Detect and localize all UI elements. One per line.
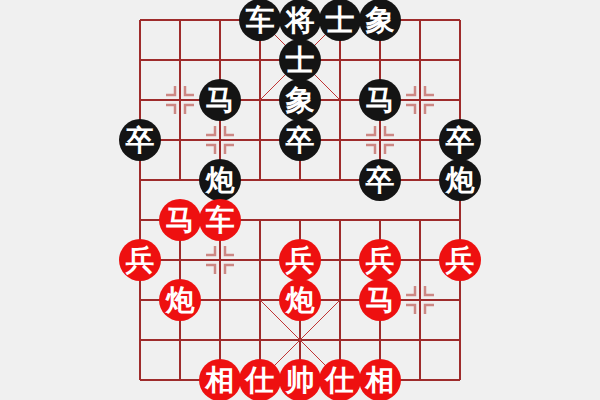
piece-black-advisor[interactable]: 士 bbox=[279, 39, 321, 81]
piece-red-horse[interactable]: 马 bbox=[359, 279, 401, 321]
piece-black-advisor[interactable]: 士 bbox=[319, 0, 361, 41]
piece-black-general[interactable]: 将 bbox=[279, 0, 321, 41]
piece-red-soldier[interactable]: 兵 bbox=[279, 239, 321, 281]
piece-red-elephant[interactable]: 相 bbox=[359, 359, 401, 400]
piece-red-chariot[interactable]: 车 bbox=[199, 199, 241, 241]
piece-black-cannon[interactable]: 炮 bbox=[199, 159, 241, 201]
piece-red-soldier[interactable]: 兵 bbox=[119, 239, 161, 281]
piece-red-cannon[interactable]: 炮 bbox=[159, 279, 201, 321]
piece-black-soldier[interactable]: 卒 bbox=[439, 119, 481, 161]
piece-black-soldier[interactable]: 卒 bbox=[119, 119, 161, 161]
xiangqi-board: 车将士象士马象马卒卒卒炮卒炮马车兵兵兵兵炮炮马相仕帅仕相 bbox=[0, 0, 600, 400]
piece-red-soldier[interactable]: 兵 bbox=[359, 239, 401, 281]
piece-black-horse[interactable]: 马 bbox=[359, 79, 401, 121]
piece-red-elephant[interactable]: 相 bbox=[199, 359, 241, 400]
piece-red-general[interactable]: 帅 bbox=[279, 359, 321, 400]
piece-red-cannon[interactable]: 炮 bbox=[279, 279, 321, 321]
piece-black-soldier[interactable]: 卒 bbox=[359, 159, 401, 201]
piece-red-soldier[interactable]: 兵 bbox=[439, 239, 481, 281]
piece-black-elephant[interactable]: 象 bbox=[279, 79, 321, 121]
piece-black-horse[interactable]: 马 bbox=[199, 79, 241, 121]
piece-black-elephant[interactable]: 象 bbox=[359, 0, 401, 41]
piece-black-cannon[interactable]: 炮 bbox=[439, 159, 481, 201]
piece-red-advisor[interactable]: 仕 bbox=[239, 359, 281, 400]
piece-red-advisor[interactable]: 仕 bbox=[319, 359, 361, 400]
piece-black-chariot[interactable]: 车 bbox=[239, 0, 281, 41]
piece-red-horse[interactable]: 马 bbox=[159, 199, 201, 241]
pieces-layer: 车将士象士马象马卒卒卒炮卒炮马车兵兵兵兵炮炮马相仕帅仕相 bbox=[120, 0, 480, 400]
piece-black-soldier[interactable]: 卒 bbox=[279, 119, 321, 161]
